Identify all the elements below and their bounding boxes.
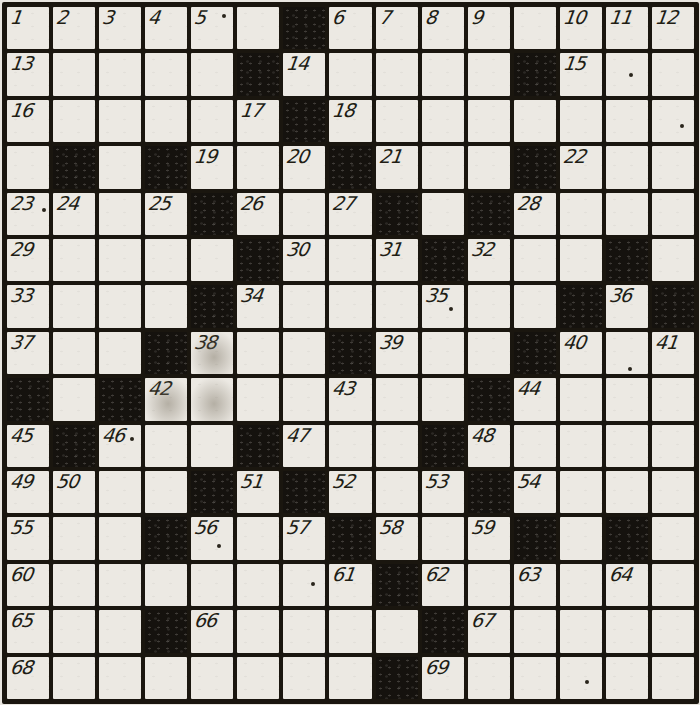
black-cell-r2c12 xyxy=(514,53,556,95)
cell-r2c5[interactable] xyxy=(191,53,233,95)
clue-number-17: 17 xyxy=(239,101,264,121)
cell-r12c15[interactable] xyxy=(652,517,694,559)
cell-r1c2[interactable]: 2 xyxy=(53,7,95,49)
cell-r4c1[interactable] xyxy=(7,146,49,188)
clue-number-12: 12 xyxy=(654,8,679,28)
ink-speck xyxy=(449,307,453,311)
ink-speck xyxy=(217,544,221,548)
black-cell-r10c10 xyxy=(422,425,464,467)
cell-r11c9[interactable] xyxy=(376,471,418,513)
cell-r14c12[interactable] xyxy=(514,610,556,652)
cell-r6c12[interactable] xyxy=(514,239,556,281)
clue-number-46: 46 xyxy=(101,426,126,446)
cell-r14c8[interactable] xyxy=(329,610,371,652)
black-cell-r4c8 xyxy=(329,146,371,188)
cell-r2c3[interactable] xyxy=(99,53,141,95)
cell-r8c1[interactable]: 37 xyxy=(7,332,49,374)
cell-r11c3[interactable] xyxy=(99,471,141,513)
cell-r9c5[interactable] xyxy=(191,378,233,420)
clue-number-60: 60 xyxy=(9,565,34,585)
cell-r11c13[interactable] xyxy=(560,471,602,513)
cell-r14c9[interactable] xyxy=(376,610,418,652)
cell-r7c12[interactable] xyxy=(514,285,556,327)
cell-r2c1[interactable]: 13 xyxy=(7,53,49,95)
clue-number-15: 15 xyxy=(562,54,587,74)
cell-r13c4[interactable] xyxy=(145,564,187,606)
cell-r7c2[interactable] xyxy=(53,285,95,327)
ink-speck xyxy=(130,437,134,441)
cell-r13c7[interactable] xyxy=(283,564,325,606)
cell-r7c6[interactable]: 34 xyxy=(237,285,279,327)
cell-r8c10[interactable] xyxy=(422,332,464,374)
cell-r13c1[interactable]: 60 xyxy=(7,564,49,606)
cell-r3c13[interactable] xyxy=(560,100,602,142)
clue-number-5: 5 xyxy=(193,8,207,28)
black-cell-r11c7 xyxy=(283,471,325,513)
cell-r9c7[interactable] xyxy=(283,378,325,420)
cell-r13c11[interactable] xyxy=(468,564,510,606)
cell-r2c15[interactable] xyxy=(652,53,694,95)
cell-r2c14[interactable] xyxy=(606,53,648,95)
cell-r4c6[interactable] xyxy=(237,146,279,188)
cell-r7c7[interactable] xyxy=(283,285,325,327)
cell-r15c6[interactable] xyxy=(237,657,279,699)
crossword-puzzle-page: 1234567891011121314151617181920212223242… xyxy=(0,0,700,705)
cell-r8c14[interactable] xyxy=(606,332,648,374)
black-cell-r7c15 xyxy=(652,285,694,327)
cell-r4c10[interactable] xyxy=(422,146,464,188)
cell-r7c9[interactable] xyxy=(376,285,418,327)
ink-speck xyxy=(628,367,632,371)
clue-number-69: 69 xyxy=(423,658,448,678)
cell-r3c11[interactable] xyxy=(468,100,510,142)
cell-r7c11[interactable] xyxy=(468,285,510,327)
black-cell-r6c6 xyxy=(237,239,279,281)
clue-number-39: 39 xyxy=(377,333,402,353)
ink-speck xyxy=(311,582,315,586)
cell-r1c15[interactable]: 12 xyxy=(652,7,694,49)
clue-number-25: 25 xyxy=(147,194,172,214)
cell-r14c11[interactable]: 67 xyxy=(468,610,510,652)
cell-r3c15[interactable] xyxy=(652,100,694,142)
cell-r14c13[interactable] xyxy=(560,610,602,652)
clue-number-40: 40 xyxy=(562,333,587,353)
cell-r5c6[interactable]: 26 xyxy=(237,193,279,235)
black-cell-r11c5 xyxy=(191,471,233,513)
cell-r14c2[interactable] xyxy=(53,610,95,652)
cell-r10c9[interactable] xyxy=(376,425,418,467)
cell-r1c11[interactable]: 9 xyxy=(468,7,510,49)
cell-r10c8[interactable] xyxy=(329,425,371,467)
clue-number-16: 16 xyxy=(9,101,34,121)
cell-r4c11[interactable] xyxy=(468,146,510,188)
cell-r12c10[interactable] xyxy=(422,517,464,559)
cell-r4c7[interactable]: 20 xyxy=(283,146,325,188)
cell-r5c8[interactable]: 27 xyxy=(329,193,371,235)
cell-r2c8[interactable] xyxy=(329,53,371,95)
clue-number-32: 32 xyxy=(469,240,494,260)
cell-r3c2[interactable] xyxy=(53,100,95,142)
clue-number-30: 30 xyxy=(285,240,310,260)
cell-r5c12[interactable]: 28 xyxy=(514,193,556,235)
cell-r12c11[interactable]: 59 xyxy=(468,517,510,559)
clue-number-38: 38 xyxy=(193,333,218,353)
cell-r5c14[interactable] xyxy=(606,193,648,235)
cell-r9c4[interactable]: 42 xyxy=(145,378,187,420)
cell-r2c7[interactable]: 14 xyxy=(283,53,325,95)
cell-r1c9[interactable]: 7 xyxy=(376,7,418,49)
black-cell-r8c8 xyxy=(329,332,371,374)
cell-r13c12[interactable]: 63 xyxy=(514,564,556,606)
cell-r15c14[interactable] xyxy=(606,657,648,699)
cell-r6c4[interactable] xyxy=(145,239,187,281)
cell-r6c15[interactable] xyxy=(652,239,694,281)
cell-r15c3[interactable] xyxy=(99,657,141,699)
cell-r2c9[interactable] xyxy=(376,53,418,95)
cell-r13c6[interactable] xyxy=(237,564,279,606)
cell-r1c12[interactable] xyxy=(514,7,556,49)
cell-r3c10[interactable] xyxy=(422,100,464,142)
cell-r13c14[interactable]: 64 xyxy=(606,564,648,606)
black-cell-r12c8 xyxy=(329,517,371,559)
clue-number-18: 18 xyxy=(331,101,356,121)
cell-r4c13[interactable]: 22 xyxy=(560,146,602,188)
clue-number-62: 62 xyxy=(423,565,448,585)
clue-number-13: 13 xyxy=(9,54,34,74)
cell-r8c5[interactable]: 38 xyxy=(191,332,233,374)
clue-number-3: 3 xyxy=(101,8,115,28)
black-cell-r9c3 xyxy=(99,378,141,420)
cell-r11c10[interactable]: 53 xyxy=(422,471,464,513)
black-cell-r6c14 xyxy=(606,239,648,281)
cell-r14c14[interactable] xyxy=(606,610,648,652)
cell-r10c14[interactable] xyxy=(606,425,648,467)
clue-number-45: 45 xyxy=(9,426,34,446)
clue-number-34: 34 xyxy=(239,286,264,306)
cell-r10c13[interactable] xyxy=(560,425,602,467)
clue-number-52: 52 xyxy=(331,472,356,492)
cell-r4c14[interactable] xyxy=(606,146,648,188)
cell-r7c1[interactable]: 33 xyxy=(7,285,49,327)
black-cell-r5c5 xyxy=(191,193,233,235)
cell-r11c2[interactable]: 50 xyxy=(53,471,95,513)
clue-number-48: 48 xyxy=(469,426,494,446)
cell-r10c7[interactable]: 47 xyxy=(283,425,325,467)
cell-r2c2[interactable] xyxy=(53,53,95,95)
cell-r11c8[interactable]: 52 xyxy=(329,471,371,513)
black-cell-r3c7 xyxy=(283,100,325,142)
cell-r11c12[interactable]: 54 xyxy=(514,471,556,513)
cell-r11c14[interactable] xyxy=(606,471,648,513)
ink-speck xyxy=(629,73,633,77)
cell-r14c6[interactable] xyxy=(237,610,279,652)
black-cell-r2c6 xyxy=(237,53,279,95)
black-cell-r7c13 xyxy=(560,285,602,327)
clue-number-50: 50 xyxy=(55,472,80,492)
cell-r3c1[interactable]: 16 xyxy=(7,100,49,142)
clue-number-14: 14 xyxy=(285,54,310,74)
clue-number-33: 33 xyxy=(9,286,34,306)
cell-r8c2[interactable] xyxy=(53,332,95,374)
cell-r5c10[interactable] xyxy=(422,193,464,235)
cell-r1c6[interactable] xyxy=(237,7,279,49)
cell-r1c4[interactable]: 4 xyxy=(145,7,187,49)
cell-r3c3[interactable] xyxy=(99,100,141,142)
cell-r8c11[interactable] xyxy=(468,332,510,374)
clue-number-9: 9 xyxy=(469,8,483,28)
cell-r6c9[interactable]: 31 xyxy=(376,239,418,281)
clue-number-6: 6 xyxy=(331,8,345,28)
clue-number-56: 56 xyxy=(193,518,218,538)
clue-number-66: 66 xyxy=(193,611,218,631)
cell-r4c15[interactable] xyxy=(652,146,694,188)
cell-r15c5[interactable] xyxy=(191,657,233,699)
black-cell-r12c14 xyxy=(606,517,648,559)
clue-number-64: 64 xyxy=(608,565,633,585)
cell-r11c6[interactable]: 51 xyxy=(237,471,279,513)
cell-r5c7[interactable] xyxy=(283,193,325,235)
cell-r9c14[interactable] xyxy=(606,378,648,420)
cell-r12c9[interactable]: 58 xyxy=(376,517,418,559)
cell-r12c13[interactable] xyxy=(560,517,602,559)
cell-r8c15[interactable]: 41 xyxy=(652,332,694,374)
cell-r3c6[interactable]: 17 xyxy=(237,100,279,142)
cell-r4c9[interactable]: 21 xyxy=(376,146,418,188)
cell-r15c11[interactable] xyxy=(468,657,510,699)
cell-r2c4[interactable] xyxy=(145,53,187,95)
cell-r5c15[interactable] xyxy=(652,193,694,235)
cell-r11c15[interactable] xyxy=(652,471,694,513)
cell-r9c9[interactable] xyxy=(376,378,418,420)
cell-r8c13[interactable]: 40 xyxy=(560,332,602,374)
cell-r15c4[interactable] xyxy=(145,657,187,699)
cell-r1c8[interactable]: 6 xyxy=(329,7,371,49)
black-cell-r14c4 xyxy=(145,610,187,652)
black-cell-r15c9 xyxy=(376,657,418,699)
cell-r15c12[interactable] xyxy=(514,657,556,699)
clue-number-1: 1 xyxy=(9,8,23,28)
clue-number-61: 61 xyxy=(331,565,356,585)
crossword-grid: 1234567891011121314151617181920212223242… xyxy=(2,2,699,704)
clue-number-31: 31 xyxy=(377,240,402,260)
cell-r3c5[interactable] xyxy=(191,100,233,142)
ink-speck xyxy=(42,208,46,212)
cell-r1c14[interactable]: 11 xyxy=(606,7,648,49)
cell-r6c8[interactable] xyxy=(329,239,371,281)
clue-number-42: 42 xyxy=(147,379,172,399)
cell-r15c7[interactable] xyxy=(283,657,325,699)
cell-r8c3[interactable] xyxy=(99,332,141,374)
cell-r7c10[interactable]: 35 xyxy=(422,285,464,327)
cell-r9c13[interactable] xyxy=(560,378,602,420)
clue-number-63: 63 xyxy=(515,565,540,585)
cell-r12c3[interactable] xyxy=(99,517,141,559)
cell-r1c10[interactable]: 8 xyxy=(422,7,464,49)
cell-r10c5[interactable] xyxy=(191,425,233,467)
clue-number-4: 4 xyxy=(147,8,161,28)
cell-r6c7[interactable]: 30 xyxy=(283,239,325,281)
black-cell-r9c11 xyxy=(468,378,510,420)
cell-r10c12[interactable] xyxy=(514,425,556,467)
black-cell-r10c2 xyxy=(53,425,95,467)
cell-r9c2[interactable] xyxy=(53,378,95,420)
cell-r1c3[interactable]: 3 xyxy=(99,7,141,49)
cell-r8c7[interactable] xyxy=(283,332,325,374)
clue-number-20: 20 xyxy=(285,147,310,167)
cell-r12c5[interactable]: 56 xyxy=(191,517,233,559)
clue-number-55: 55 xyxy=(9,518,34,538)
cell-r15c10[interactable]: 69 xyxy=(422,657,464,699)
cell-r10c4[interactable] xyxy=(145,425,187,467)
cell-r13c5[interactable] xyxy=(191,564,233,606)
cell-r15c8[interactable] xyxy=(329,657,371,699)
cell-r12c7[interactable]: 57 xyxy=(283,517,325,559)
clue-number-53: 53 xyxy=(423,472,448,492)
cell-r14c5[interactable]: 66 xyxy=(191,610,233,652)
clue-number-37: 37 xyxy=(9,333,34,353)
cell-r6c3[interactable] xyxy=(99,239,141,281)
black-cell-r11c11 xyxy=(468,471,510,513)
clue-number-68: 68 xyxy=(9,658,34,678)
cell-r2c13[interactable]: 15 xyxy=(560,53,602,95)
ink-speck xyxy=(680,124,684,128)
cell-r13c10[interactable]: 62 xyxy=(422,564,464,606)
cell-r15c13[interactable] xyxy=(560,657,602,699)
black-cell-r13c9 xyxy=(376,564,418,606)
cell-r7c4[interactable] xyxy=(145,285,187,327)
clue-number-2: 2 xyxy=(55,8,69,28)
clue-number-27: 27 xyxy=(331,194,356,214)
cell-r8c9[interactable]: 39 xyxy=(376,332,418,374)
clue-number-47: 47 xyxy=(285,426,310,446)
cell-r6c11[interactable]: 32 xyxy=(468,239,510,281)
cell-r2c10[interactable] xyxy=(422,53,464,95)
cell-r11c1[interactable]: 49 xyxy=(7,471,49,513)
black-cell-r4c12 xyxy=(514,146,556,188)
clue-number-49: 49 xyxy=(9,472,34,492)
cell-r2c11[interactable] xyxy=(468,53,510,95)
cell-r13c2[interactable] xyxy=(53,564,95,606)
cell-r10c15[interactable] xyxy=(652,425,694,467)
black-cell-r5c9 xyxy=(376,193,418,235)
clue-number-36: 36 xyxy=(608,286,633,306)
cell-r3c8[interactable]: 18 xyxy=(329,100,371,142)
clue-number-41: 41 xyxy=(654,333,679,353)
black-cell-r6c10 xyxy=(422,239,464,281)
cell-r1c5[interactable]: 5 xyxy=(191,7,233,49)
cell-r5c1[interactable]: 23 xyxy=(7,193,49,235)
cell-r12c1[interactable]: 55 xyxy=(7,517,49,559)
clue-number-35: 35 xyxy=(423,286,448,306)
clue-number-24: 24 xyxy=(55,194,80,214)
cell-r9c10[interactable] xyxy=(422,378,464,420)
cell-r7c14[interactable]: 36 xyxy=(606,285,648,327)
cell-r14c7[interactable] xyxy=(283,610,325,652)
cell-r14c1[interactable]: 65 xyxy=(7,610,49,652)
cell-r15c15[interactable] xyxy=(652,657,694,699)
clue-number-22: 22 xyxy=(562,147,587,167)
cell-r3c9[interactable] xyxy=(376,100,418,142)
cell-r1c1[interactable]: 1 xyxy=(7,7,49,49)
clue-number-43: 43 xyxy=(331,379,356,399)
cell-r9c12[interactable]: 44 xyxy=(514,378,556,420)
clue-number-29: 29 xyxy=(9,240,34,260)
cell-r7c8[interactable] xyxy=(329,285,371,327)
cell-r9c6[interactable] xyxy=(237,378,279,420)
cell-r6c13[interactable] xyxy=(560,239,602,281)
cell-r4c5[interactable]: 19 xyxy=(191,146,233,188)
clue-number-21: 21 xyxy=(377,147,402,167)
ink-speck xyxy=(222,14,226,18)
black-cell-r1c7 xyxy=(283,7,325,49)
clue-number-54: 54 xyxy=(515,472,540,492)
clue-number-57: 57 xyxy=(285,518,310,538)
cell-r13c15[interactable] xyxy=(652,564,694,606)
cell-r3c12[interactable] xyxy=(514,100,556,142)
cell-r8c6[interactable] xyxy=(237,332,279,374)
cell-r12c6[interactable] xyxy=(237,517,279,559)
clue-number-59: 59 xyxy=(469,518,494,538)
clue-number-26: 26 xyxy=(239,194,264,214)
cell-r9c8[interactable]: 43 xyxy=(329,378,371,420)
cell-r5c2[interactable]: 24 xyxy=(53,193,95,235)
cell-r3c4[interactable] xyxy=(145,100,187,142)
black-cell-r9c1 xyxy=(7,378,49,420)
cell-r6c1[interactable]: 29 xyxy=(7,239,49,281)
ink-speck xyxy=(585,680,589,684)
cell-r5c4[interactable]: 25 xyxy=(145,193,187,235)
cell-r14c3[interactable] xyxy=(99,610,141,652)
black-cell-r14c10 xyxy=(422,610,464,652)
clue-number-51: 51 xyxy=(239,472,264,492)
clue-number-28: 28 xyxy=(515,194,540,214)
cell-r6c5[interactable] xyxy=(191,239,233,281)
cell-r14c15[interactable] xyxy=(652,610,694,652)
cell-r5c3[interactable] xyxy=(99,193,141,235)
black-cell-r4c2 xyxy=(53,146,95,188)
black-cell-r4c4 xyxy=(145,146,187,188)
cell-r11c4[interactable] xyxy=(145,471,187,513)
black-cell-r10c6 xyxy=(237,425,279,467)
clue-number-10: 10 xyxy=(562,8,587,28)
cell-r10c3[interactable]: 46 xyxy=(99,425,141,467)
cell-r1c13[interactable]: 10 xyxy=(560,7,602,49)
black-cell-r8c12 xyxy=(514,332,556,374)
cell-r10c1[interactable]: 45 xyxy=(7,425,49,467)
cell-r4c3[interactable] xyxy=(99,146,141,188)
cell-r3c14[interactable] xyxy=(606,100,648,142)
cell-r15c2[interactable] xyxy=(53,657,95,699)
clue-number-65: 65 xyxy=(9,611,34,631)
clue-number-8: 8 xyxy=(423,8,437,28)
black-cell-r12c4 xyxy=(145,517,187,559)
cell-r12c2[interactable] xyxy=(53,517,95,559)
clue-number-7: 7 xyxy=(377,8,391,28)
cell-r15c1[interactable]: 68 xyxy=(7,657,49,699)
cell-r9c15[interactable] xyxy=(652,378,694,420)
cell-r13c8[interactable]: 61 xyxy=(329,564,371,606)
cell-r6c2[interactable] xyxy=(53,239,95,281)
clue-number-58: 58 xyxy=(377,518,402,538)
cell-r10c11[interactable]: 48 xyxy=(468,425,510,467)
clue-number-67: 67 xyxy=(469,611,494,631)
cell-r7c3[interactable] xyxy=(99,285,141,327)
cell-r13c3[interactable] xyxy=(99,564,141,606)
black-cell-r8c4 xyxy=(145,332,187,374)
black-cell-r12c12 xyxy=(514,517,556,559)
cell-r13c13[interactable] xyxy=(560,564,602,606)
cell-r5c13[interactable] xyxy=(560,193,602,235)
